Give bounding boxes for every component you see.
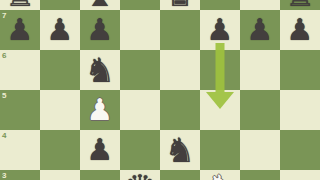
square-b7[interactable]: ♟	[40, 10, 80, 50]
black-pawn-g7-piece[interactable]: ♟	[240, 10, 280, 50]
white-pawn-c5-piece[interactable]: ♟	[80, 90, 120, 130]
rank-label-5: 5	[2, 91, 6, 100]
square-b4[interactable]	[40, 130, 80, 170]
square-c7[interactable]: ♟	[80, 10, 120, 50]
black-rook-h8-piece[interactable]: ♜	[280, 0, 320, 10]
square-h8[interactable]: ♜	[280, 0, 320, 10]
square-c8[interactable]: ♝	[80, 0, 120, 10]
black-knight-e4-piece[interactable]: ♞	[160, 130, 200, 170]
black-pawn-b7-piece[interactable]: ♟	[40, 10, 80, 50]
square-b8[interactable]	[40, 0, 80, 10]
square-e3[interactable]	[160, 170, 200, 180]
square-e8[interactable]: ♚	[160, 0, 200, 10]
rank-label-6: 6	[2, 51, 6, 60]
square-a4[interactable]: 4	[0, 130, 40, 170]
black-pawn-c4-piece[interactable]: ♟	[80, 130, 120, 170]
square-a5[interactable]: 5	[0, 90, 40, 130]
square-c4[interactable]: ♟	[80, 130, 120, 170]
square-d3[interactable]: ♛	[120, 170, 160, 180]
square-f8[interactable]	[200, 0, 240, 10]
black-knight-c6-piece[interactable]: ♞	[80, 50, 120, 90]
square-e6[interactable]	[160, 50, 200, 90]
square-c6[interactable]: ♞	[80, 50, 120, 90]
square-h7[interactable]: ♟	[280, 10, 320, 50]
white-knight-f3-piece[interactable]: ♞	[200, 170, 240, 180]
black-king-e8-piece[interactable]: ♚	[160, 0, 200, 10]
square-g8[interactable]	[240, 0, 280, 10]
square-d6[interactable]	[120, 50, 160, 90]
square-h4[interactable]	[280, 130, 320, 170]
square-a8[interactable]: ♜	[0, 0, 40, 10]
black-pawn-f7-piece[interactable]: ♟	[200, 10, 240, 50]
black-pawn-c7-piece[interactable]: ♟	[80, 10, 120, 50]
black-bishop-c8-piece[interactable]: ♝	[80, 0, 120, 10]
black-rook-a8-piece[interactable]: ♜	[0, 0, 40, 10]
square-d8[interactable]	[120, 0, 160, 10]
square-f3[interactable]: ♞	[200, 170, 240, 180]
square-e5[interactable]	[160, 90, 200, 130]
square-d7[interactable]	[120, 10, 160, 50]
square-f4[interactable]	[200, 130, 240, 170]
square-e7[interactable]	[160, 10, 200, 50]
square-c5[interactable]: ♟	[80, 90, 120, 130]
black-pawn-h7-piece[interactable]: ♟	[280, 10, 320, 50]
square-b6[interactable]	[40, 50, 80, 90]
chess-board: ♜♝♚♜7♟♟♟♟♟♟6♞5♟4♟♞3♛♞	[0, 0, 320, 180]
square-d5[interactable]	[120, 90, 160, 130]
black-pawn-a7-piece[interactable]: ♟	[0, 10, 40, 50]
square-a3[interactable]: 3	[0, 170, 40, 180]
rank-label-3: 3	[2, 171, 6, 180]
square-h3[interactable]	[280, 170, 320, 180]
square-h5[interactable]	[280, 90, 320, 130]
square-a6[interactable]: 6	[0, 50, 40, 90]
chess-app-screenshot: ♜♝♚♜7♟♟♟♟♟♟6♞5♟4♟♞3♛♞	[0, 0, 320, 180]
square-a7[interactable]: 7♟	[0, 10, 40, 50]
rank-label-4: 4	[2, 131, 6, 140]
black-queen-d3-piece[interactable]: ♛	[120, 170, 160, 180]
square-g3[interactable]	[240, 170, 280, 180]
square-g4[interactable]	[240, 130, 280, 170]
square-b3[interactable]	[40, 170, 80, 180]
square-f7[interactable]: ♟	[200, 10, 240, 50]
square-h6[interactable]	[280, 50, 320, 90]
square-g7[interactable]: ♟	[240, 10, 280, 50]
square-b5[interactable]	[40, 90, 80, 130]
square-f5[interactable]	[200, 90, 240, 130]
square-e4[interactable]: ♞	[160, 130, 200, 170]
square-g6[interactable]	[240, 50, 280, 90]
square-c3[interactable]	[80, 170, 120, 180]
square-f6[interactable]	[200, 50, 240, 90]
square-d4[interactable]	[120, 130, 160, 170]
square-g5[interactable]	[240, 90, 280, 130]
